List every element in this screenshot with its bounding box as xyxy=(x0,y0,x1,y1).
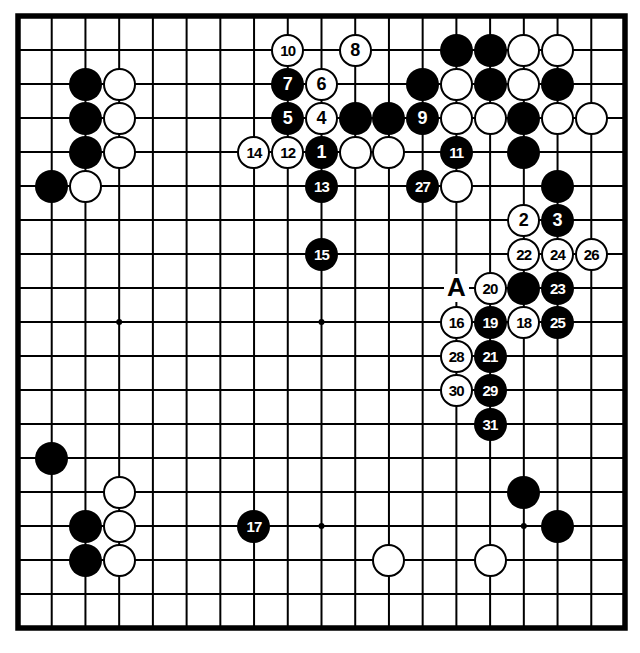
move-21-stone: 21 xyxy=(474,340,507,373)
white-stone xyxy=(339,136,372,169)
move-28-stone: 28 xyxy=(440,340,473,373)
white-stone xyxy=(103,136,136,169)
board-intersections: 1087654914121111327231522242620231619182… xyxy=(1,0,640,645)
white-stone xyxy=(372,136,405,169)
move-25-stone: 25 xyxy=(541,306,574,339)
move-15-stone: 15 xyxy=(305,238,338,271)
black-stone xyxy=(507,136,540,169)
black-stone xyxy=(474,34,507,67)
move-1-stone: 1 xyxy=(305,136,338,169)
move-23-stone: 23 xyxy=(541,272,574,305)
move-5-stone: 5 xyxy=(271,102,304,135)
move-7-stone: 7 xyxy=(271,68,304,101)
white-stone xyxy=(507,68,540,101)
white-stone xyxy=(575,102,608,135)
move-11-stone: 11 xyxy=(440,136,473,169)
black-stone xyxy=(69,136,102,169)
white-stone xyxy=(440,170,473,203)
move-19-stone: 19 xyxy=(474,306,507,339)
black-stone xyxy=(69,68,102,101)
black-stone xyxy=(440,34,473,67)
label-A: A xyxy=(444,274,469,301)
white-stone xyxy=(103,102,136,135)
black-stone xyxy=(507,476,540,509)
white-stone xyxy=(103,510,136,543)
move-20-stone: 20 xyxy=(474,272,507,305)
white-stone xyxy=(69,170,102,203)
move-16-stone: 16 xyxy=(440,306,473,339)
move-14-stone: 14 xyxy=(237,136,270,169)
white-stone xyxy=(507,34,540,67)
white-stone xyxy=(440,102,473,135)
move-12-stone: 12 xyxy=(271,136,304,169)
move-26-stone: 26 xyxy=(575,238,608,271)
move-2-stone: 2 xyxy=(507,204,540,237)
white-stone xyxy=(541,34,574,67)
white-stone xyxy=(440,68,473,101)
move-3-stone: 3 xyxy=(541,204,574,237)
white-stone xyxy=(103,544,136,577)
move-9-stone: 9 xyxy=(406,102,439,135)
black-stone xyxy=(474,68,507,101)
black-stone xyxy=(35,170,68,203)
black-stone xyxy=(541,170,574,203)
move-30-stone: 30 xyxy=(440,374,473,407)
black-stone xyxy=(507,272,540,305)
move-24-stone: 24 xyxy=(541,238,574,271)
move-8-stone: 8 xyxy=(339,34,372,67)
move-17-stone: 17 xyxy=(237,510,270,543)
move-31-stone: 31 xyxy=(474,408,507,441)
black-stone xyxy=(69,510,102,543)
move-22-stone: 22 xyxy=(507,238,540,271)
white-stone xyxy=(103,68,136,101)
black-stone xyxy=(339,102,372,135)
black-stone xyxy=(406,68,439,101)
black-stone xyxy=(69,102,102,135)
black-stone xyxy=(69,544,102,577)
move-27-stone: 27 xyxy=(406,170,439,203)
black-stone xyxy=(541,510,574,543)
white-stone xyxy=(541,102,574,135)
white-stone xyxy=(372,544,405,577)
black-stone xyxy=(507,102,540,135)
white-stone xyxy=(474,102,507,135)
move-29-stone: 29 xyxy=(474,374,507,407)
move-4-stone: 4 xyxy=(305,102,338,135)
black-stone xyxy=(372,102,405,135)
white-stone xyxy=(103,476,136,509)
black-stone xyxy=(541,68,574,101)
go-board-diagram: 1087654914121111327231522242620231619182… xyxy=(0,0,640,653)
black-stone xyxy=(35,442,68,475)
move-10-stone: 10 xyxy=(271,34,304,67)
move-13-stone: 13 xyxy=(305,170,338,203)
move-18-stone: 18 xyxy=(507,306,540,339)
move-6-stone: 6 xyxy=(305,68,338,101)
white-stone xyxy=(474,544,507,577)
